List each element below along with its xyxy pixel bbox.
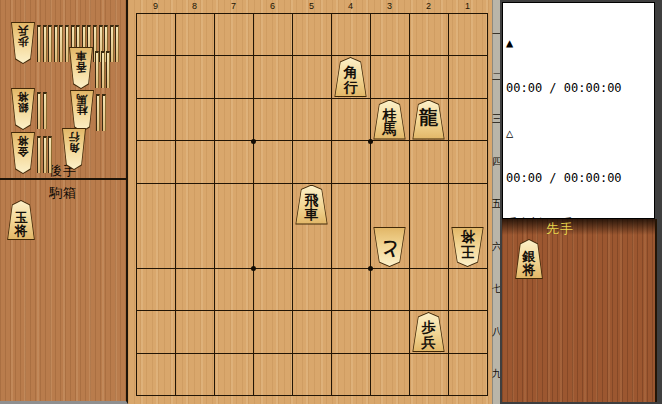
file-label-4: 4: [331, 1, 370, 11]
gote-hand-桂馬-x3[interactable]: 桂馬: [69, 90, 95, 132]
stacked-piece-edge[interactable]: [54, 25, 58, 62]
file-label-5: 5: [292, 1, 331, 11]
piece-kanji: 行: [69, 131, 80, 142]
stacked-piece-edge[interactable]: [43, 92, 47, 129]
file-label-8: 8: [175, 1, 214, 11]
piece-kanji: と: [380, 239, 399, 258]
piece-box[interactable]: 駒箱 玉将: [0, 182, 126, 401]
file-label-7: 7: [214, 1, 253, 11]
piece-kanji: 兵: [422, 335, 436, 349]
gote-turn-marker: △: [506, 126, 651, 141]
piece-kanji: 馬: [77, 93, 88, 104]
file-label-1: 1: [448, 1, 487, 11]
piece-box-玉将[interactable]: 玉将: [6, 200, 36, 240]
piece-kanji: 馬: [383, 122, 397, 136]
board-panel: 987654321 角行桂馬龍飛車と王将歩兵: [128, 0, 492, 404]
hoshi-dot: [368, 266, 373, 271]
piece-kanji: 将: [523, 263, 536, 276]
hoshi-dot: [251, 139, 256, 144]
piece-kanji: 龍: [419, 108, 438, 127]
sente-hand-tray[interactable]: 先手 銀将: [502, 219, 657, 402]
gote-clock: 00:00 / 00:00:00: [506, 171, 651, 186]
piece-kanji: 兵: [18, 25, 29, 36]
piece-kanji: 将: [15, 224, 28, 237]
piece-kanji: 角: [69, 142, 80, 153]
file-label-9: 9: [136, 1, 175, 11]
piece-kanji: 車: [305, 207, 319, 221]
stacked-piece-edge[interactable]: [48, 25, 52, 62]
piece-kanji: 金: [18, 146, 29, 157]
stacked-piece-edge[interactable]: [37, 136, 41, 173]
piece-kanji: 銀: [523, 250, 536, 263]
hoshi-dot: [368, 139, 373, 144]
file-label-2: 2: [409, 1, 448, 11]
game-info-box: ▲ 00:00 / 00:00:00 △ 00:00 / 00:00:00 手合…: [502, 2, 655, 219]
gote-hand-tray[interactable]: 後手 歩兵香車銀将桂馬金将角行: [0, 0, 126, 180]
piece-kanji: 行: [344, 80, 358, 94]
piece-kanji: 将: [461, 230, 475, 244]
piece-kanji: 銀: [18, 102, 29, 113]
piece-kanji: 桂: [383, 108, 397, 122]
piece-box-label: 駒箱: [0, 184, 126, 202]
sente-clock: 00:00 / 00:00:00: [506, 81, 651, 96]
gote-hand-香車-x4[interactable]: 香車: [68, 47, 94, 89]
sente-label: 先手: [546, 220, 574, 238]
piece-kanji: 玉: [15, 211, 28, 224]
stacked-piece-edge[interactable]: [110, 25, 114, 62]
stacked-piece-edge[interactable]: [59, 25, 63, 62]
piece-kanji: 将: [18, 91, 29, 102]
piece-kanji: 香: [76, 61, 87, 72]
rank-label-strip: 一二三四五六七八九: [492, 0, 500, 404]
piece-kanji: 飛: [305, 193, 319, 207]
sente-hand-銀将-x1[interactable]: 銀将: [514, 239, 544, 279]
hoshi-dot: [251, 266, 256, 271]
sente-turn-marker: ▲: [506, 36, 651, 51]
stacked-piece-edge[interactable]: [96, 94, 100, 131]
stacked-piece-edge[interactable]: [95, 51, 99, 88]
stacked-piece-edge[interactable]: [43, 136, 47, 173]
piece-kanji: 将: [18, 135, 29, 146]
piece-kanji: 歩: [422, 320, 436, 334]
piece-kanji: 角: [344, 65, 358, 79]
stacked-piece-edge[interactable]: [43, 25, 47, 62]
stacked-piece-edge[interactable]: [65, 25, 69, 62]
stacked-piece-edge[interactable]: [101, 51, 105, 88]
file-label-3: 3: [370, 1, 409, 11]
gote-hand-銀将-x3[interactable]: 銀将: [10, 88, 36, 130]
piece-kanji: 歩: [18, 36, 29, 47]
left-panel: 後手 歩兵香車銀将桂馬金将角行 駒箱 玉将: [0, 0, 128, 404]
stacked-piece-edge[interactable]: [37, 92, 41, 129]
file-label-6: 6: [253, 1, 292, 11]
piece-kanji: 車: [76, 50, 87, 61]
stacked-piece-edge[interactable]: [115, 25, 119, 62]
piece-kanji: 王: [461, 244, 475, 258]
stacked-piece-edge[interactable]: [37, 25, 41, 62]
stacked-piece-edge[interactable]: [102, 94, 106, 131]
stacked-piece-edge[interactable]: [48, 136, 52, 173]
gote-hand-歩兵-x16[interactable]: 歩兵: [10, 22, 36, 64]
piece-kanji: 桂: [77, 104, 88, 115]
right-panel: ▲ 00:00 / 00:00:00 △ 00:00 / 00:00:00 手合…: [500, 0, 662, 404]
stacked-piece-edge[interactable]: [106, 51, 110, 88]
shogi-app-window: 後手 歩兵香車銀将桂馬金将角行 駒箱 玉将 987654321 角行桂馬龍飛車と…: [0, 0, 662, 404]
